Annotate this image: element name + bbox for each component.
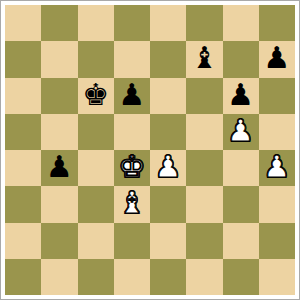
square-c5[interactable] <box>78 114 114 150</box>
square-g2[interactable] <box>223 223 259 259</box>
square-b3[interactable] <box>41 186 77 222</box>
square-g6[interactable]: ♟ <box>223 78 259 114</box>
square-e8[interactable] <box>150 5 186 41</box>
square-d8[interactable] <box>114 5 150 41</box>
square-b2[interactable] <box>41 223 77 259</box>
square-c3[interactable] <box>78 186 114 222</box>
square-b8[interactable] <box>41 5 77 41</box>
square-e6[interactable] <box>150 78 186 114</box>
piece-black-pawn[interactable]: ♟ <box>118 80 145 110</box>
square-f6[interactable] <box>186 78 222 114</box>
square-a2[interactable] <box>5 223 41 259</box>
piece-white-pawn[interactable]: ♟ <box>263 152 290 182</box>
piece-black-pawn[interactable]: ♟ <box>263 43 290 73</box>
piece-black-king[interactable]: ♚ <box>82 80 109 110</box>
square-a3[interactable] <box>5 186 41 222</box>
square-g8[interactable] <box>223 5 259 41</box>
piece-black-bishop[interactable]: ♝ <box>191 43 218 73</box>
square-a7[interactable] <box>5 41 41 77</box>
square-d5[interactable] <box>114 114 150 150</box>
square-h2[interactable] <box>259 223 295 259</box>
board-frame: ♝♟♚♟♟♟♟♚♟♟♝ <box>0 0 300 300</box>
square-c4[interactable] <box>78 150 114 186</box>
square-d1[interactable] <box>114 259 150 295</box>
square-h4[interactable]: ♟ <box>259 150 295 186</box>
square-g7[interactable] <box>223 41 259 77</box>
square-h8[interactable] <box>259 5 295 41</box>
square-f3[interactable] <box>186 186 222 222</box>
square-e5[interactable] <box>150 114 186 150</box>
square-c2[interactable] <box>78 223 114 259</box>
piece-black-pawn[interactable]: ♟ <box>46 152 73 182</box>
square-a5[interactable] <box>5 114 41 150</box>
piece-white-king[interactable]: ♚ <box>118 152 145 182</box>
square-c6[interactable]: ♚ <box>78 78 114 114</box>
chess-board: ♝♟♚♟♟♟♟♚♟♟♝ <box>5 5 295 295</box>
square-f1[interactable] <box>186 259 222 295</box>
square-h5[interactable] <box>259 114 295 150</box>
square-g3[interactable] <box>223 186 259 222</box>
square-e4[interactable]: ♟ <box>150 150 186 186</box>
square-d6[interactable]: ♟ <box>114 78 150 114</box>
square-f5[interactable] <box>186 114 222 150</box>
square-h1[interactable] <box>259 259 295 295</box>
square-a6[interactable] <box>5 78 41 114</box>
piece-white-bishop[interactable]: ♝ <box>118 188 145 218</box>
square-f7[interactable]: ♝ <box>186 41 222 77</box>
square-e3[interactable] <box>150 186 186 222</box>
square-h3[interactable] <box>259 186 295 222</box>
square-e2[interactable] <box>150 223 186 259</box>
square-e7[interactable] <box>150 41 186 77</box>
square-a4[interactable] <box>5 150 41 186</box>
square-c1[interactable] <box>78 259 114 295</box>
piece-black-pawn[interactable]: ♟ <box>227 80 254 110</box>
square-c7[interactable] <box>78 41 114 77</box>
square-f2[interactable] <box>186 223 222 259</box>
square-g5[interactable]: ♟ <box>223 114 259 150</box>
piece-white-pawn[interactable]: ♟ <box>155 152 182 182</box>
square-b4[interactable]: ♟ <box>41 150 77 186</box>
square-f4[interactable] <box>186 150 222 186</box>
square-c8[interactable] <box>78 5 114 41</box>
square-h6[interactable] <box>259 78 295 114</box>
square-g4[interactable] <box>223 150 259 186</box>
square-e1[interactable] <box>150 259 186 295</box>
square-a8[interactable] <box>5 5 41 41</box>
square-b6[interactable] <box>41 78 77 114</box>
square-d3[interactable]: ♝ <box>114 186 150 222</box>
square-d4[interactable]: ♚ <box>114 150 150 186</box>
square-g1[interactable] <box>223 259 259 295</box>
square-a1[interactable] <box>5 259 41 295</box>
square-b1[interactable] <box>41 259 77 295</box>
piece-white-pawn[interactable]: ♟ <box>227 116 254 146</box>
square-b7[interactable] <box>41 41 77 77</box>
square-d7[interactable] <box>114 41 150 77</box>
square-h7[interactable]: ♟ <box>259 41 295 77</box>
square-f8[interactable] <box>186 5 222 41</box>
square-b5[interactable] <box>41 114 77 150</box>
square-d2[interactable] <box>114 223 150 259</box>
